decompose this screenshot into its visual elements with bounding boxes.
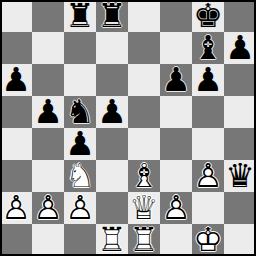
square-c2[interactable]: ♟♙: [64, 192, 96, 224]
white-pawn-piece-outline: ♙: [32, 192, 64, 224]
square-h5[interactable]: [224, 96, 256, 128]
white-pawn-piece[interactable]: ♟♙: [192, 160, 224, 192]
square-a2[interactable]: ♟♙: [0, 192, 32, 224]
square-b1[interactable]: [32, 224, 64, 256]
white-pawn-piece-outline: ♙: [160, 192, 192, 224]
square-h6[interactable]: [224, 64, 256, 96]
square-e5[interactable]: [128, 96, 160, 128]
square-c7[interactable]: [64, 32, 96, 64]
black-queen-piece[interactable]: ♛: [224, 160, 256, 192]
square-d4[interactable]: [96, 128, 128, 160]
square-d3[interactable]: [96, 160, 128, 192]
square-d5[interactable]: ♟: [96, 96, 128, 128]
square-g5[interactable]: [192, 96, 224, 128]
square-h7[interactable]: ♟: [224, 32, 256, 64]
black-pawn-piece[interactable]: ♟: [96, 96, 128, 128]
square-f5[interactable]: [160, 96, 192, 128]
square-h3[interactable]: ♛: [224, 160, 256, 192]
white-pawn-piece-outline: ♙: [192, 160, 224, 192]
square-f8[interactable]: [160, 0, 192, 32]
square-f4[interactable]: [160, 128, 192, 160]
black-pawn-piece[interactable]: ♟: [224, 32, 256, 64]
square-d8[interactable]: ♜: [96, 0, 128, 32]
square-a5[interactable]: [0, 96, 32, 128]
black-rook-piece[interactable]: ♜: [96, 0, 128, 32]
white-pawn-piece-outline: ♙: [0, 192, 32, 224]
white-pawn-piece[interactable]: ♟♙: [0, 192, 32, 224]
square-b4[interactable]: [32, 128, 64, 160]
white-rook-piece[interactable]: ♜♖: [96, 224, 128, 256]
square-e7[interactable]: [128, 32, 160, 64]
black-pawn-piece[interactable]: ♟: [192, 64, 224, 96]
square-e6[interactable]: [128, 64, 160, 96]
square-d1[interactable]: ♜♖: [96, 224, 128, 256]
square-a8[interactable]: [0, 0, 32, 32]
square-h1[interactable]: [224, 224, 256, 256]
square-f2[interactable]: ♟♙: [160, 192, 192, 224]
square-a1[interactable]: [0, 224, 32, 256]
black-pawn-piece[interactable]: ♟: [160, 64, 192, 96]
black-pawn-piece[interactable]: ♟: [32, 96, 64, 128]
white-king-piece[interactable]: ♚♔: [192, 224, 224, 256]
square-b2[interactable]: ♟♙: [32, 192, 64, 224]
white-pawn-piece[interactable]: ♟♙: [32, 192, 64, 224]
square-g6[interactable]: ♟: [192, 64, 224, 96]
square-b7[interactable]: [32, 32, 64, 64]
square-g1[interactable]: ♚♔: [192, 224, 224, 256]
square-g3[interactable]: ♟♙: [192, 160, 224, 192]
square-c1[interactable]: [64, 224, 96, 256]
white-pawn-piece[interactable]: ♟♙: [64, 192, 96, 224]
square-f6[interactable]: ♟: [160, 64, 192, 96]
square-b8[interactable]: [32, 0, 64, 32]
square-d7[interactable]: [96, 32, 128, 64]
square-b5[interactable]: ♟: [32, 96, 64, 128]
square-h2[interactable]: [224, 192, 256, 224]
white-rook-piece-outline: ♖: [96, 224, 128, 256]
chess-board: ♜♜♚♝♟♟♟♟♟♞♟♟♞♘♝♗♟♙♛♟♙♟♙♟♙♛♕♟♙♜♖♜♖♚♔: [0, 0, 256, 256]
white-rook-piece-outline: ♖: [128, 224, 160, 256]
black-pawn-piece[interactable]: ♟: [0, 64, 32, 96]
white-rook-piece[interactable]: ♜♖: [128, 224, 160, 256]
square-e8[interactable]: [128, 0, 160, 32]
square-c8[interactable]: ♜: [64, 0, 96, 32]
black-rook-piece[interactable]: ♜: [64, 0, 96, 32]
white-king-piece-outline: ♔: [192, 224, 224, 256]
white-pawn-piece[interactable]: ♟♙: [160, 192, 192, 224]
square-e1[interactable]: ♜♖: [128, 224, 160, 256]
square-f1[interactable]: [160, 224, 192, 256]
white-pawn-piece-outline: ♙: [64, 192, 96, 224]
square-a4[interactable]: [0, 128, 32, 160]
square-a6[interactable]: ♟: [0, 64, 32, 96]
